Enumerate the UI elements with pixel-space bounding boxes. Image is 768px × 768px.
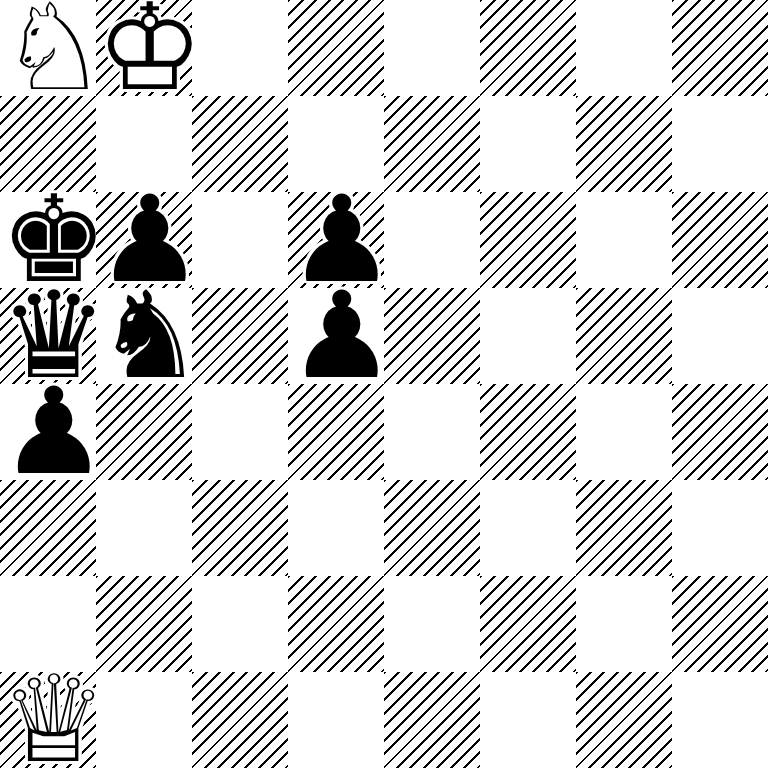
square-f2[interactable] [480,576,576,672]
square-g7[interactable] [576,96,672,192]
square-g5[interactable] [576,288,672,384]
square-b4[interactable] [96,384,192,480]
black-pawn-halo: ♟ [288,192,384,288]
square-h7[interactable] [672,96,768,192]
square-e3[interactable] [384,480,480,576]
square-h3[interactable] [672,480,768,576]
black-knight-icon: ♞ [96,288,192,384]
square-g6[interactable] [576,192,672,288]
square-e4[interactable] [384,384,480,480]
square-d8[interactable] [288,0,384,96]
square-g1[interactable] [576,672,672,768]
square-f3[interactable] [480,480,576,576]
square-c8[interactable] [192,0,288,96]
white-king-icon: ♔ [96,0,192,96]
black-pawn-halo: ♟ [96,192,192,288]
black-pawn-halo: ♟ [0,384,96,480]
square-c5[interactable] [192,288,288,384]
square-f8[interactable] [480,0,576,96]
square-h5[interactable] [672,288,768,384]
white-knight-icon: ♘ [0,0,96,96]
square-d6[interactable]: ♟♟ [288,192,384,288]
square-a8[interactable]: ♞♘ [0,0,96,96]
square-f6[interactable] [480,192,576,288]
black-pawn-halo: ♟ [288,288,384,384]
black-king-icon: ♚ [0,192,96,288]
square-g4[interactable] [576,384,672,480]
square-f7[interactable] [480,96,576,192]
square-b8[interactable]: ♚♔ [96,0,192,96]
square-d2[interactable] [288,576,384,672]
black-queen-icon: ♛ [0,288,96,384]
square-g3[interactable] [576,480,672,576]
square-a5[interactable]: ♛♛ [0,288,96,384]
square-c1[interactable] [192,672,288,768]
square-b6[interactable]: ♟♟ [96,192,192,288]
black-pawn-icon: ♟ [0,384,96,480]
square-h2[interactable] [672,576,768,672]
square-e6[interactable] [384,192,480,288]
square-g2[interactable] [576,576,672,672]
black-pawn-icon: ♟ [288,192,384,288]
black-king-halo: ♚ [0,192,96,288]
square-b1[interactable] [96,672,192,768]
white-knight-halo: ♞ [0,0,96,96]
chess-board: ♞♘♚♔♚♚♟♟♟♟♛♛♞♞♟♟♟♟♛♕ [0,0,768,768]
square-b2[interactable] [96,576,192,672]
white-queen-halo: ♛ [0,672,96,768]
black-knight-halo: ♞ [96,288,192,384]
black-queen-halo: ♛ [0,288,96,384]
square-c4[interactable] [192,384,288,480]
square-h1[interactable] [672,672,768,768]
white-king-halo: ♚ [96,0,192,96]
black-pawn-icon: ♟ [96,192,192,288]
square-d1[interactable] [288,672,384,768]
square-c2[interactable] [192,576,288,672]
square-d3[interactable] [288,480,384,576]
square-f4[interactable] [480,384,576,480]
square-f1[interactable] [480,672,576,768]
square-h8[interactable] [672,0,768,96]
square-a3[interactable] [0,480,96,576]
square-d4[interactable] [288,384,384,480]
square-e1[interactable] [384,672,480,768]
square-a2[interactable] [0,576,96,672]
square-a7[interactable] [0,96,96,192]
square-d5[interactable]: ♟♟ [288,288,384,384]
square-b7[interactable] [96,96,192,192]
square-a6[interactable]: ♚♚ [0,192,96,288]
square-d7[interactable] [288,96,384,192]
square-c6[interactable] [192,192,288,288]
square-a1[interactable]: ♛♕ [0,672,96,768]
square-e5[interactable] [384,288,480,384]
square-g8[interactable] [576,0,672,96]
square-e8[interactable] [384,0,480,96]
square-e7[interactable] [384,96,480,192]
square-c7[interactable] [192,96,288,192]
square-h6[interactable] [672,192,768,288]
square-b3[interactable] [96,480,192,576]
white-queen-icon: ♕ [0,672,96,768]
square-e2[interactable] [384,576,480,672]
square-f5[interactable] [480,288,576,384]
square-a4[interactable]: ♟♟ [0,384,96,480]
square-b5[interactable]: ♞♞ [96,288,192,384]
square-h4[interactable] [672,384,768,480]
black-pawn-icon: ♟ [288,288,384,384]
square-c3[interactable] [192,480,288,576]
